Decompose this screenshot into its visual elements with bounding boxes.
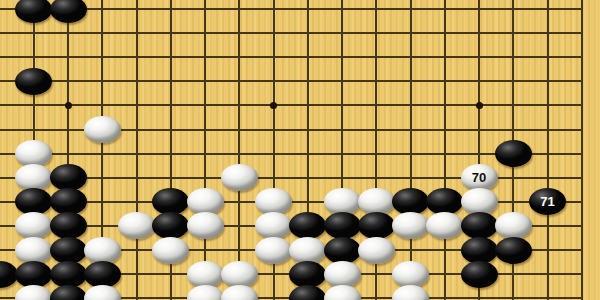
stone-white bbox=[324, 261, 361, 288]
stone-black bbox=[50, 285, 87, 300]
stone-white bbox=[221, 285, 258, 300]
stone-white bbox=[392, 212, 429, 239]
stone-white bbox=[392, 285, 429, 300]
board-line-horizontal bbox=[0, 56, 583, 58]
stone-black bbox=[289, 261, 326, 288]
stone-black bbox=[152, 212, 189, 239]
stone-white bbox=[221, 164, 258, 191]
board-line-vertical bbox=[410, 0, 412, 300]
stone-white bbox=[84, 285, 121, 300]
stone-black bbox=[461, 261, 498, 288]
stone-black bbox=[358, 212, 395, 239]
board-line-vertical bbox=[238, 0, 240, 300]
stone-black bbox=[50, 212, 87, 239]
stone-black bbox=[324, 212, 361, 239]
stone-white bbox=[187, 285, 224, 300]
stone-white bbox=[358, 188, 395, 215]
board-line-horizontal bbox=[0, 80, 583, 82]
stone-black bbox=[50, 164, 87, 191]
stone-black bbox=[15, 188, 52, 215]
stone-white-move-70: 70 bbox=[461, 164, 498, 191]
stone-white bbox=[152, 237, 189, 264]
move-number-label: 70 bbox=[472, 171, 486, 184]
star-point bbox=[65, 102, 72, 109]
stone-black bbox=[392, 188, 429, 215]
stone-white bbox=[392, 261, 429, 288]
stone-white bbox=[84, 116, 121, 143]
stone-black-move-71: 71 bbox=[529, 188, 566, 215]
stone-black bbox=[15, 261, 52, 288]
stone-black bbox=[495, 237, 532, 264]
board-line-horizontal bbox=[0, 32, 583, 34]
board-line-vertical bbox=[444, 0, 446, 300]
stone-black bbox=[461, 237, 498, 264]
board-line-vertical bbox=[581, 0, 583, 300]
stone-black bbox=[152, 188, 189, 215]
board-line-vertical bbox=[136, 0, 138, 300]
stone-white bbox=[289, 237, 326, 264]
stone-black bbox=[50, 237, 87, 264]
stone-white bbox=[324, 188, 361, 215]
star-point bbox=[270, 102, 277, 109]
stone-white bbox=[187, 188, 224, 215]
stone-black bbox=[50, 188, 87, 215]
stone-white bbox=[15, 164, 52, 191]
go-board[interactable]: 7071 bbox=[0, 0, 600, 300]
stone-white bbox=[221, 261, 258, 288]
stone-white bbox=[187, 212, 224, 239]
stone-white bbox=[15, 285, 52, 300]
stone-black bbox=[50, 0, 87, 23]
stone-white bbox=[15, 140, 52, 167]
board-line-vertical bbox=[547, 0, 549, 300]
stone-black bbox=[50, 261, 87, 288]
board-line-horizontal bbox=[0, 104, 583, 106]
go-game-screenshot: 7071 bbox=[0, 0, 600, 300]
stone-black bbox=[15, 68, 52, 95]
stone-black bbox=[84, 261, 121, 288]
stone-white bbox=[461, 188, 498, 215]
stone-black bbox=[461, 212, 498, 239]
stone-white bbox=[84, 237, 121, 264]
stone-black bbox=[426, 188, 463, 215]
stone-black bbox=[324, 237, 361, 264]
stone-white bbox=[495, 212, 532, 239]
stone-white bbox=[255, 237, 292, 264]
stone-white bbox=[255, 188, 292, 215]
stone-white bbox=[15, 212, 52, 239]
stone-white bbox=[324, 285, 361, 300]
stone-black bbox=[289, 285, 326, 300]
move-number-label: 71 bbox=[540, 195, 554, 208]
stone-white bbox=[187, 261, 224, 288]
stone-white bbox=[15, 237, 52, 264]
stone-black bbox=[289, 212, 326, 239]
stone-white bbox=[426, 212, 463, 239]
stone-white bbox=[358, 237, 395, 264]
stone-black bbox=[15, 0, 52, 23]
stone-black bbox=[495, 140, 532, 167]
board-line-horizontal bbox=[0, 8, 583, 10]
stone-white bbox=[255, 212, 292, 239]
star-point bbox=[476, 102, 483, 109]
board-line-vertical bbox=[204, 0, 206, 300]
stone-white bbox=[118, 212, 155, 239]
